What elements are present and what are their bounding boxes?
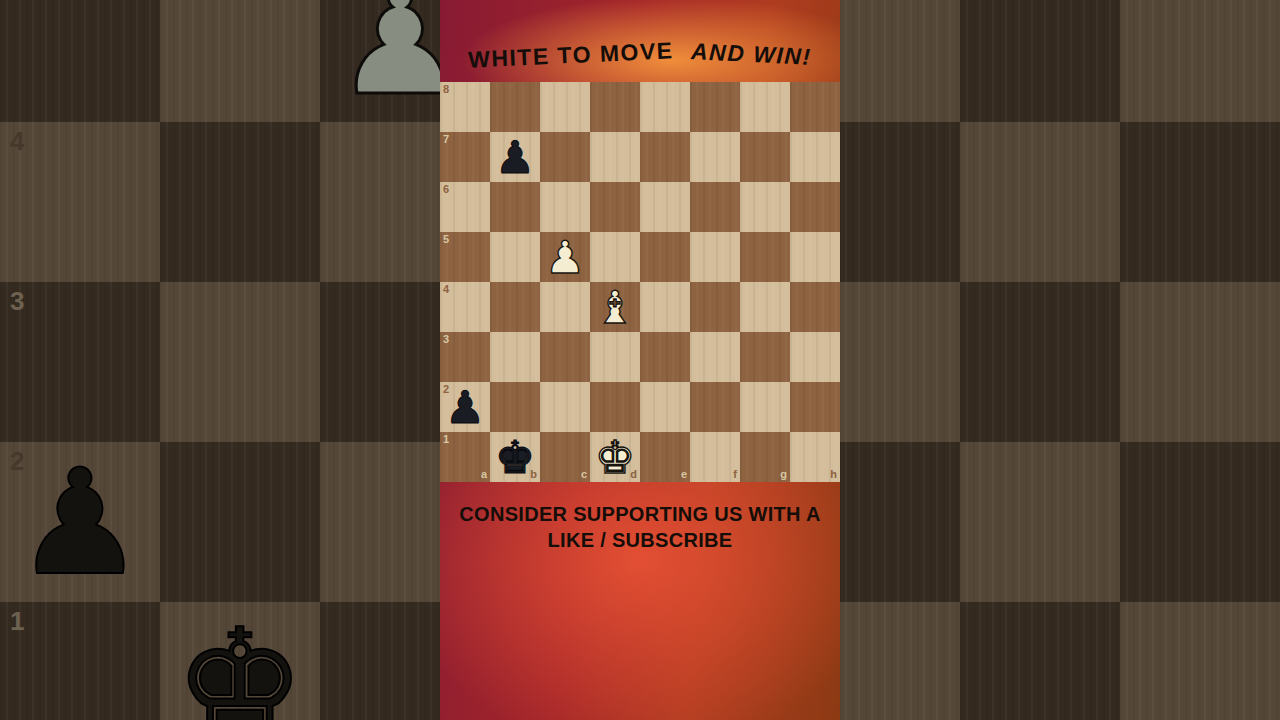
square-b1: b♚ — [490, 432, 540, 482]
square-h2 — [1120, 442, 1280, 602]
footer-line2: LIKE / SUBSCRIBE — [440, 527, 840, 553]
rank-label-6: 6 — [443, 184, 449, 195]
square-h1: h — [1120, 602, 1280, 720]
file-label-e: e — [681, 469, 687, 480]
square-b4 — [490, 282, 540, 332]
white-king-icon: ♚ — [590, 432, 640, 482]
square-h4 — [790, 282, 840, 332]
square-e8 — [640, 82, 690, 132]
footer-message: CONSIDER SUPPORTING US WITH A LIKE / SUB… — [440, 501, 840, 553]
square-g5 — [740, 232, 790, 282]
square-b2 — [490, 382, 540, 432]
square-g5 — [960, 0, 1120, 122]
square-f5 — [690, 232, 740, 282]
square-d4: ♝ — [590, 282, 640, 332]
rank-label-1: 1 — [10, 608, 24, 634]
square-a2: 2♟ — [0, 442, 160, 602]
square-c4 — [540, 282, 590, 332]
rank-label-3: 3 — [443, 334, 449, 345]
black-pawn-icon: ♟ — [490, 132, 540, 182]
square-g1: g — [960, 602, 1120, 720]
square-b2 — [160, 442, 320, 602]
square-e7 — [640, 132, 690, 182]
square-h2 — [790, 382, 840, 432]
file-label-c: c — [581, 469, 587, 480]
square-e1: e — [640, 432, 690, 482]
square-g7 — [740, 132, 790, 182]
square-f2 — [690, 382, 740, 432]
square-a4: 4 — [0, 122, 160, 282]
black-pawn-icon: ♟ — [0, 442, 160, 602]
file-label-a: a — [481, 469, 487, 480]
square-d6 — [590, 182, 640, 232]
square-f8 — [690, 82, 740, 132]
square-f4 — [690, 282, 740, 332]
file-label-h: h — [830, 469, 837, 480]
square-f1: f — [690, 432, 740, 482]
white-bishop-icon: ♝ — [590, 282, 640, 332]
page-title: WHITE TO MOVE AND WIN! — [440, 42, 840, 69]
square-c1: c — [540, 432, 590, 482]
square-g1: g — [740, 432, 790, 482]
square-d1: d♚ — [590, 432, 640, 482]
black-king-icon: ♚ — [490, 432, 540, 482]
square-h4 — [1120, 122, 1280, 282]
square-b3 — [490, 332, 540, 382]
square-b1: b♚ — [160, 602, 320, 720]
square-d3 — [590, 332, 640, 382]
title-text-italic: AND WIN! — [690, 38, 812, 71]
footer-line1: CONSIDER SUPPORTING US WITH A — [440, 501, 840, 527]
square-b4 — [160, 122, 320, 282]
square-c2 — [540, 382, 590, 432]
square-g2 — [960, 442, 1120, 602]
square-f6 — [690, 182, 740, 232]
square-c8 — [540, 82, 590, 132]
black-king-icon: ♚ — [160, 602, 320, 720]
square-h3 — [790, 332, 840, 382]
chess-board: 87♟65♟4♝32♟1ab♚cd♚efgh — [440, 82, 840, 482]
rank-label-4: 4 — [443, 284, 449, 295]
center-panel: WHITE TO MOVE AND WIN! 87♟65♟4♝32♟1ab♚cd… — [440, 0, 840, 720]
white-pawn-icon: ♟ — [540, 232, 590, 282]
rank-label-8: 8 — [443, 84, 449, 95]
square-a5: 5 — [440, 232, 490, 282]
rank-label-4: 4 — [10, 128, 24, 154]
square-b8 — [490, 82, 540, 132]
square-h3 — [1120, 282, 1280, 442]
square-a3: 3 — [0, 282, 160, 442]
square-g8 — [740, 82, 790, 132]
square-a3: 3 — [440, 332, 490, 382]
square-b5 — [160, 0, 320, 122]
square-c6 — [540, 182, 590, 232]
square-g3 — [960, 282, 1120, 442]
square-d7 — [590, 132, 640, 182]
square-a1: 1a — [440, 432, 490, 482]
file-label-g: g — [780, 469, 787, 480]
square-c3 — [540, 332, 590, 382]
rank-label-3: 3 — [10, 288, 24, 314]
square-g4 — [740, 282, 790, 332]
square-a1: 1a — [0, 602, 160, 720]
black-pawn-icon: ♟ — [440, 382, 490, 432]
square-b6 — [490, 182, 540, 232]
square-e2 — [640, 382, 690, 432]
square-a8: 8 — [440, 82, 490, 132]
square-b5 — [490, 232, 540, 282]
square-h6 — [790, 182, 840, 232]
square-g4 — [960, 122, 1120, 282]
square-a7: 7 — [440, 132, 490, 182]
square-b7: ♟ — [490, 132, 540, 182]
square-h8 — [790, 82, 840, 132]
square-h7 — [790, 132, 840, 182]
square-a4: 4 — [440, 282, 490, 332]
rank-label-7: 7 — [443, 134, 449, 145]
square-c5: ♟ — [540, 232, 590, 282]
square-e4 — [640, 282, 690, 332]
square-a6: 6 — [440, 182, 490, 232]
square-d5 — [590, 232, 640, 282]
file-label-f: f — [733, 469, 737, 480]
square-f3 — [690, 332, 740, 382]
square-d2 — [590, 382, 640, 432]
square-c7 — [540, 132, 590, 182]
square-h5 — [790, 232, 840, 282]
rank-label-5: 5 — [443, 234, 449, 245]
square-a5: 5 — [0, 0, 160, 122]
square-g3 — [740, 332, 790, 382]
square-e6 — [640, 182, 690, 232]
square-g6 — [740, 182, 790, 232]
square-h5 — [1120, 0, 1280, 122]
square-g2 — [740, 382, 790, 432]
square-h1: h — [790, 432, 840, 482]
rank-label-1: 1 — [443, 434, 449, 445]
title-text: WHITE TO MOVE — [468, 37, 675, 73]
square-d8 — [590, 82, 640, 132]
square-b3 — [160, 282, 320, 442]
square-f7 — [690, 132, 740, 182]
square-e3 — [640, 332, 690, 382]
video-frame: 87♟65♟4♝32♟1ab♚cd♚efgh WHITE TO MOVE AND… — [0, 0, 1280, 720]
square-a2: 2♟ — [440, 382, 490, 432]
square-e5 — [640, 232, 690, 282]
